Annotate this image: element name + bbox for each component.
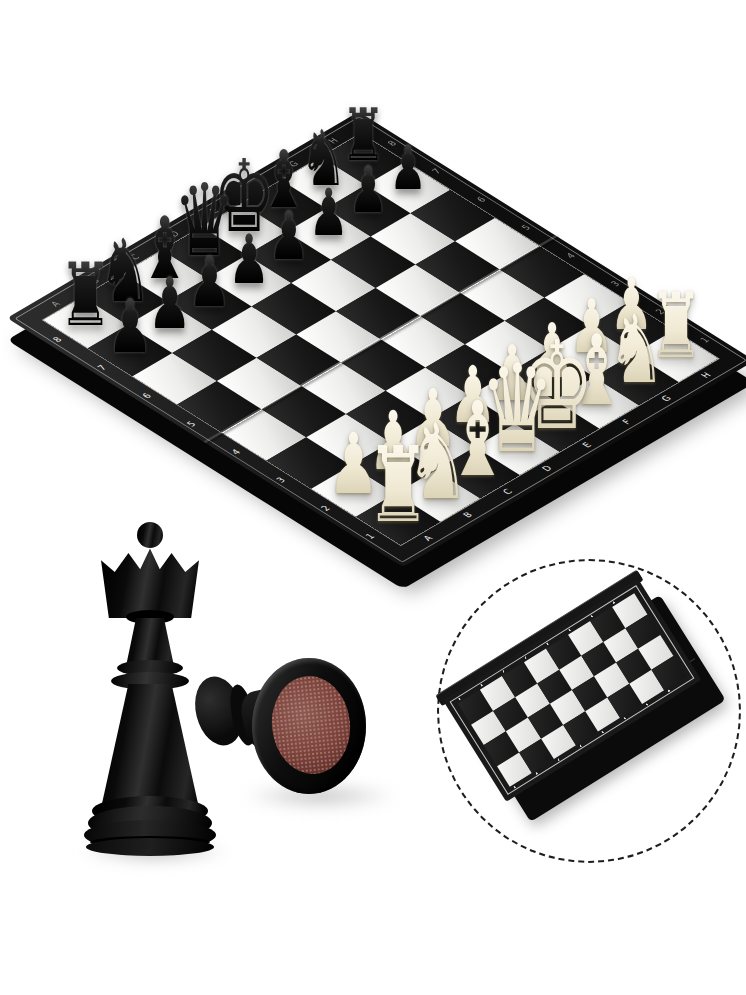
- black-pawn: ♟: [188, 266, 231, 314]
- black-pawn: ♟: [308, 198, 348, 243]
- black-pawn: ♟: [107, 310, 153, 361]
- black-pawn: ♟: [268, 221, 309, 267]
- white-rook: ♜: [366, 462, 431, 534]
- black-pawn: ♟: [389, 154, 427, 196]
- black-pawn: ♟: [349, 176, 388, 220]
- black-pawn: ♟: [148, 288, 192, 337]
- queen-crown-ball: [137, 522, 163, 548]
- piece-closeup: [0, 500, 420, 920]
- queen-base-bottom: [86, 838, 214, 856]
- black-rook: ♜: [58, 275, 112, 335]
- queen-coronet: [101, 544, 199, 618]
- product-photo-canvas: AABBCCDDEEFFGGHH1122334455667788 ♜♞♝♛♚♝♞…: [0, 0, 746, 995]
- black-pawn: ♟: [228, 243, 270, 290]
